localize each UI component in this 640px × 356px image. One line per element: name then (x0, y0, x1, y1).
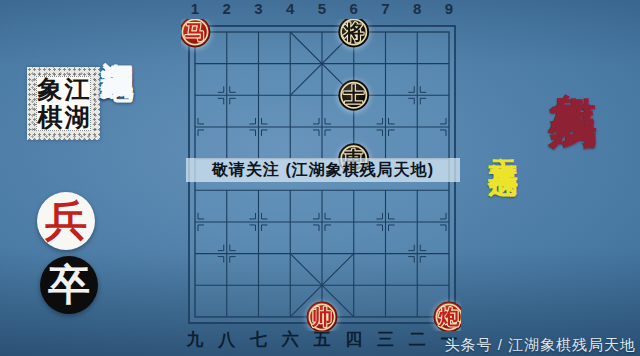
file-label-top: 5 (318, 1, 326, 16)
piece-red-general: 帅 (307, 302, 337, 331)
file-label-top: 9 (445, 1, 453, 16)
puzzle-name: 文天祥遗局 (488, 133, 518, 148)
svg-text:将: 将 (343, 20, 365, 43)
board-file-numerals-bottom: 九八七六五四三二一 (181, 331, 461, 349)
river-banner: 敬请关注 (江湖象棋残局天地) (186, 158, 460, 182)
svg-text:马: 马 (185, 20, 206, 43)
endgame-title: 象棋残局 (549, 54, 597, 70)
file-label-bottom: 四 (345, 331, 362, 348)
file-label-top: 3 (254, 1, 262, 16)
jianghu-xiangqi-seal: 象 江 棋 湖 (27, 67, 100, 140)
piece-red-cannon: 炮 (434, 302, 461, 331)
file-label-bottom: 三 (377, 331, 394, 348)
piece-black-advisor: 士 (339, 80, 369, 110)
file-label-top: 6 (350, 1, 358, 16)
file-label-bottom: 二 (409, 331, 426, 348)
file-label-top: 8 (413, 1, 421, 16)
svg-text:士: 士 (344, 83, 365, 106)
red-pawn-badge: 兵 (37, 192, 95, 250)
file-label-bottom: 九 (187, 331, 204, 348)
seal-char: 象 (36, 76, 64, 104)
seal-char: 湖 (64, 104, 92, 132)
svg-text:帅: 帅 (311, 305, 333, 328)
seal-char: 棋 (36, 104, 64, 132)
file-label-bottom: 五 (314, 331, 331, 348)
file-label-top: 4 (286, 1, 294, 16)
file-label-top: 2 (223, 1, 231, 16)
toutiao-credit: 头条号 / 江湖象棋残局天地 (444, 336, 636, 355)
file-label-bottom: 七 (250, 331, 267, 348)
seal-char: 江 (64, 76, 92, 104)
board-file-numbers-top: 123456789 (181, 1, 461, 19)
channel-vertical-title: 江湖象棋残局天地 (101, 36, 134, 44)
file-label-top: 1 (191, 1, 199, 16)
seal-characters: 象 江 棋 湖 (36, 76, 91, 131)
black-pawn-badge: 卒 (40, 256, 98, 314)
file-label-bottom: 六 (282, 331, 299, 348)
piece-red-horse: 马 (181, 19, 210, 47)
file-label-bottom: 八 (218, 331, 235, 348)
file-label-top: 7 (381, 1, 389, 16)
svg-text:炮: 炮 (438, 305, 460, 328)
piece-black-general: 将 (339, 19, 369, 47)
